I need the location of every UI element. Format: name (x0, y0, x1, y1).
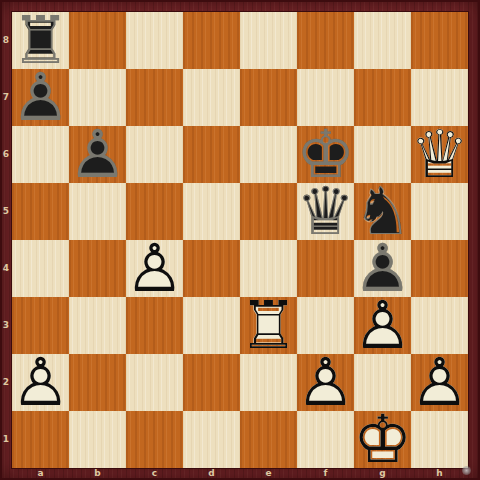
file-label-d: d (183, 467, 240, 480)
square-f7[interactable] (297, 69, 354, 126)
black-pawn-glyph: ♟ (354, 240, 411, 297)
chess-board: ♜♖♟♙♟♙♚♔♛♕♛♕♞♘♟♙♟♙♜♖♟♙♟♙♟♙♟♙♚♔ (12, 12, 468, 468)
square-c6[interactable] (126, 126, 183, 183)
white-queen-outline-glyph: ♕ (411, 126, 468, 183)
square-g3[interactable]: ♟♙ (354, 297, 411, 354)
file-label-b: b (69, 467, 126, 480)
square-b5[interactable] (69, 183, 126, 240)
piece-black-king[interactable]: ♚♔ (297, 126, 354, 183)
rank-labels: 87654321 (0, 12, 12, 468)
square-e5[interactable] (240, 183, 297, 240)
square-d8[interactable] (183, 12, 240, 69)
white-rook-glyph: ♜ (240, 297, 297, 354)
square-b3[interactable] (69, 297, 126, 354)
piece-black-pawn[interactable]: ♟♙ (12, 69, 69, 126)
piece-white-pawn[interactable]: ♟♙ (12, 354, 69, 411)
square-a4[interactable] (12, 240, 69, 297)
rank-label-2: 2 (0, 354, 12, 411)
square-b6[interactable]: ♟♙ (69, 126, 126, 183)
square-e7[interactable] (240, 69, 297, 126)
square-c8[interactable] (126, 12, 183, 69)
square-h2[interactable]: ♟♙ (411, 354, 468, 411)
square-d4[interactable] (183, 240, 240, 297)
black-rook-outline-glyph: ♖ (12, 12, 69, 69)
black-knight-outline-glyph: ♘ (354, 183, 411, 240)
file-label-c: c (126, 467, 183, 480)
white-pawn-glyph: ♟ (126, 240, 183, 297)
file-label-f: f (297, 467, 354, 480)
square-h4[interactable] (411, 240, 468, 297)
piece-white-queen[interactable]: ♛♕ (411, 126, 468, 183)
square-d1[interactable] (183, 411, 240, 468)
square-g7[interactable] (354, 69, 411, 126)
square-b8[interactable] (69, 12, 126, 69)
square-c3[interactable] (126, 297, 183, 354)
rank-label-6: 6 (0, 126, 12, 183)
square-g2[interactable] (354, 354, 411, 411)
square-f8[interactable] (297, 12, 354, 69)
black-pawn-outline-glyph: ♙ (12, 69, 69, 126)
square-a5[interactable] (12, 183, 69, 240)
rank-label-5: 5 (0, 183, 12, 240)
square-e3[interactable]: ♜♖ (240, 297, 297, 354)
square-d5[interactable] (183, 183, 240, 240)
square-h3[interactable] (411, 297, 468, 354)
white-pawn-glyph: ♟ (12, 354, 69, 411)
piece-black-rook[interactable]: ♜♖ (12, 12, 69, 69)
rank-label-7: 7 (0, 69, 12, 126)
file-label-h: h (411, 467, 468, 480)
white-pawn-outline-glyph: ♙ (126, 240, 183, 297)
square-f5[interactable]: ♛♕ (297, 183, 354, 240)
square-a1[interactable] (12, 411, 69, 468)
square-c7[interactable] (126, 69, 183, 126)
piece-white-pawn[interactable]: ♟♙ (411, 354, 468, 411)
square-c1[interactable] (126, 411, 183, 468)
square-g8[interactable] (354, 12, 411, 69)
square-e1[interactable] (240, 411, 297, 468)
chess-board-frame: ♜♖♟♙♟♙♚♔♛♕♛♕♞♘♟♙♟♙♜♖♟♙♟♙♟♙♟♙♚♔ 87654321 … (0, 0, 480, 480)
white-pawn-outline-glyph: ♙ (354, 297, 411, 354)
square-g5[interactable]: ♞♘ (354, 183, 411, 240)
square-a8[interactable]: ♜♖ (12, 12, 69, 69)
square-d3[interactable] (183, 297, 240, 354)
square-c5[interactable] (126, 183, 183, 240)
square-e4[interactable] (240, 240, 297, 297)
square-c4[interactable]: ♟♙ (126, 240, 183, 297)
square-e8[interactable] (240, 12, 297, 69)
white-king-glyph: ♚ (354, 411, 411, 468)
white-pawn-glyph: ♟ (297, 354, 354, 411)
rank-label-8: 8 (0, 12, 12, 69)
square-g1[interactable]: ♚♔ (354, 411, 411, 468)
square-d6[interactable] (183, 126, 240, 183)
square-f1[interactable] (297, 411, 354, 468)
black-pawn-outline-glyph: ♙ (69, 126, 126, 183)
file-labels: abcdefgh (12, 467, 468, 480)
square-b1[interactable] (69, 411, 126, 468)
black-knight-glyph: ♞ (354, 183, 411, 240)
piece-white-pawn[interactable]: ♟♙ (126, 240, 183, 297)
square-b2[interactable] (69, 354, 126, 411)
black-king-glyph: ♚ (297, 126, 354, 183)
square-h8[interactable] (411, 12, 468, 69)
black-pawn-outline-glyph: ♙ (354, 240, 411, 297)
rank-label-1: 1 (0, 411, 12, 468)
file-label-g: g (354, 467, 411, 480)
black-queen-glyph: ♛ (297, 183, 354, 240)
square-f6[interactable]: ♚♔ (297, 126, 354, 183)
square-h6[interactable]: ♛♕ (411, 126, 468, 183)
square-a7[interactable]: ♟♙ (12, 69, 69, 126)
piece-black-pawn[interactable]: ♟♙ (69, 126, 126, 183)
white-king-outline-glyph: ♔ (354, 411, 411, 468)
white-rook-outline-glyph: ♖ (240, 297, 297, 354)
square-f2[interactable]: ♟♙ (297, 354, 354, 411)
white-pawn-glyph: ♟ (354, 297, 411, 354)
black-pawn-glyph: ♟ (69, 126, 126, 183)
white-pawn-outline-glyph: ♙ (411, 354, 468, 411)
piece-white-pawn[interactable]: ♟♙ (354, 297, 411, 354)
white-pawn-glyph: ♟ (411, 354, 468, 411)
white-pawn-outline-glyph: ♙ (12, 354, 69, 411)
rank-label-4: 4 (0, 240, 12, 297)
piece-white-king[interactable]: ♚♔ (354, 411, 411, 468)
square-f4[interactable] (297, 240, 354, 297)
piece-black-queen[interactable]: ♛♕ (297, 183, 354, 240)
black-rook-glyph: ♜ (12, 12, 69, 69)
square-f3[interactable] (297, 297, 354, 354)
file-label-e: e (240, 467, 297, 480)
square-d2[interactable] (183, 354, 240, 411)
square-g4[interactable]: ♟♙ (354, 240, 411, 297)
white-queen-glyph: ♛ (411, 126, 468, 183)
square-a6[interactable] (12, 126, 69, 183)
piece-white-pawn[interactable]: ♟♙ (297, 354, 354, 411)
piece-black-knight[interactable]: ♞♘ (354, 183, 411, 240)
piece-black-pawn[interactable]: ♟♙ (354, 240, 411, 297)
black-pawn-glyph: ♟ (12, 69, 69, 126)
square-e6[interactable] (240, 126, 297, 183)
square-h1[interactable] (411, 411, 468, 468)
square-d7[interactable] (183, 69, 240, 126)
square-c2[interactable] (126, 354, 183, 411)
square-a2[interactable]: ♟♙ (12, 354, 69, 411)
black-king-outline-glyph: ♔ (297, 126, 354, 183)
square-e2[interactable] (240, 354, 297, 411)
file-label-a: a (12, 467, 69, 480)
square-h5[interactable] (411, 183, 468, 240)
square-a3[interactable] (12, 297, 69, 354)
black-queen-outline-glyph: ♕ (297, 183, 354, 240)
square-b7[interactable] (69, 69, 126, 126)
white-pawn-outline-glyph: ♙ (297, 354, 354, 411)
watermark-dot (462, 466, 471, 475)
piece-white-rook[interactable]: ♜♖ (240, 297, 297, 354)
square-b4[interactable] (69, 240, 126, 297)
square-g6[interactable] (354, 126, 411, 183)
square-h7[interactable] (411, 69, 468, 126)
rank-label-3: 3 (0, 297, 12, 354)
